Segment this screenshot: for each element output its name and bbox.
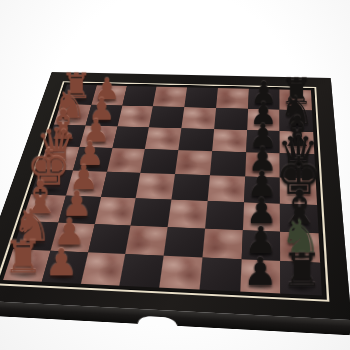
square-r8-c8[interactable]: ♜	[280, 261, 321, 295]
square-r2-c6[interactable]	[214, 108, 248, 130]
red-rook-piece[interactable]: ♜	[3, 236, 43, 278]
square-r8-c5[interactable]	[159, 256, 202, 290]
square-r3-c4[interactable]	[145, 127, 181, 150]
square-r4-c3[interactable]	[107, 148, 145, 173]
square-r5-c3[interactable]	[101, 172, 141, 198]
square-r8-c6[interactable]	[199, 258, 241, 292]
square-r7-c6[interactable]	[202, 228, 242, 259]
board-inlay-border: ♜♟♟♜♞♟♟♞♝♟♟♝♛♟♟♛♚♟♟♚♝♟♟♝♞♟♟♞♜♟♟♜	[0, 81, 329, 302]
square-r6-c6[interactable]	[205, 201, 244, 230]
square-r5-c4[interactable]	[136, 173, 175, 200]
square-r3-c6[interactable]	[212, 129, 247, 152]
square-r6-c3[interactable]	[94, 197, 136, 225]
square-r8-c3[interactable]	[80, 253, 125, 286]
square-r4-c5[interactable]	[175, 150, 212, 175]
chess-board: ♜♟♟♜♞♟♟♞♝♟♟♝♛♟♟♛♚♟♟♚♝♟♟♝♞♟♟♞♜♟♟♜	[0, 72, 350, 320]
square-r8-c1[interactable]: ♜	[3, 249, 50, 282]
square-r2-c4[interactable]	[149, 106, 184, 128]
square-r2-c3[interactable]	[117, 105, 153, 127]
black-rook-piece[interactable]: ♜	[281, 248, 322, 291]
board-front-edge	[0, 300, 350, 335]
square-r1-c3[interactable]	[122, 86, 157, 106]
square-r7-c5[interactable]	[164, 227, 205, 258]
drawer-notch	[137, 316, 177, 327]
square-r8-c4[interactable]	[120, 254, 164, 287]
square-r5-c5[interactable]	[171, 174, 209, 201]
square-r2-c5[interactable]	[181, 107, 215, 129]
board-right-edge	[330, 78, 350, 335]
square-r8-c7[interactable]: ♟	[240, 259, 281, 293]
square-r1-c6[interactable]	[216, 88, 249, 109]
square-r7-c3[interactable]	[88, 224, 131, 255]
square-r1-c5[interactable]	[184, 87, 217, 107]
square-r6-c4[interactable]	[131, 198, 172, 227]
black-pawn-piece[interactable]: ♟	[243, 253, 278, 290]
square-r5-c6[interactable]	[207, 175, 244, 202]
chess-scene: ♜♟♟♜♞♟♟♞♝♟♟♝♛♟♟♛♚♟♟♚♝♟♟♝♞♟♟♞♜♟♟♜	[0, 0, 350, 350]
square-r3-c3[interactable]	[112, 126, 149, 149]
board-grid: ♜♟♟♜♞♟♟♞♝♟♟♝♛♟♟♛♚♟♟♚♝♟♟♝♞♟♟♞♜♟♟♜	[3, 85, 322, 296]
square-r4-c4[interactable]	[141, 149, 179, 174]
red-pawn-piece[interactable]: ♟	[45, 244, 79, 280]
square-r1-c4[interactable]	[153, 87, 187, 107]
square-r6-c5[interactable]	[168, 199, 208, 228]
product-photo-stage: ♜♟♟♜♞♟♟♞♝♟♟♝♛♟♟♛♚♟♟♚♝♟♟♝♞♟♟♞♜♟♟♜	[0, 0, 350, 350]
square-r3-c5[interactable]	[178, 128, 214, 151]
square-r4-c6[interactable]	[210, 151, 246, 176]
square-r7-c4[interactable]	[125, 225, 167, 256]
